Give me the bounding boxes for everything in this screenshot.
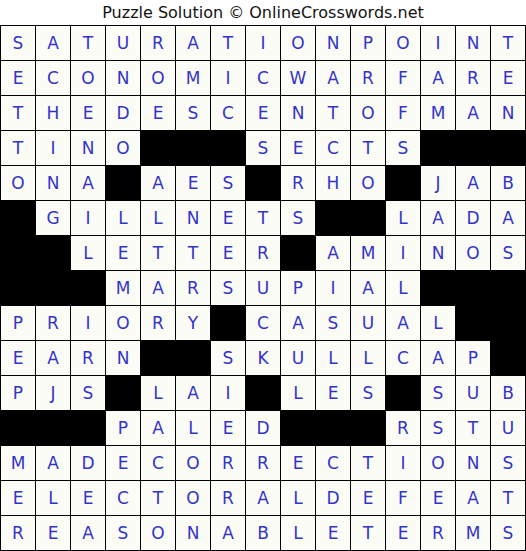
block-cell-r5c12 [386, 166, 420, 200]
letter-cell-r13c14: N [456, 446, 490, 480]
block-cell-r4c5 [141, 131, 175, 165]
letter-cell-r5c10: H [316, 166, 350, 200]
letter-cell-r11c6: A [176, 376, 210, 410]
letter-cell-r10c8: K [246, 341, 280, 375]
block-cell-r7c1 [1, 236, 35, 270]
block-cell-r11c8 [246, 376, 280, 410]
letter-cell-r1c2: A [36, 26, 70, 60]
block-cell-r10c6 [176, 341, 210, 375]
letter-cell-r4c1: T [1, 131, 35, 165]
letter-cell-r11c9: L [281, 376, 315, 410]
letter-cell-r3c3: E [71, 96, 105, 130]
letter-cell-r15c4: S [106, 516, 140, 550]
block-cell-r6c1 [1, 201, 35, 235]
letter-cell-r12c12: R [386, 411, 420, 445]
letter-cell-r10c2: A [36, 341, 70, 375]
letter-cell-r4c12: S [386, 131, 420, 165]
letter-cell-r3c8: E [246, 96, 280, 130]
letter-cell-r9c1: P [1, 306, 35, 340]
letter-cell-r9c5: R [141, 306, 175, 340]
letter-cell-r14c1: E [1, 481, 35, 515]
letter-cell-r9c4: O [106, 306, 140, 340]
letter-cell-r3c14: A [456, 96, 490, 130]
letter-cell-r14c11: E [351, 481, 385, 515]
letter-cell-r13c15: S [491, 446, 525, 480]
letter-cell-r14c14: A [456, 481, 490, 515]
letter-cell-r14c10: D [316, 481, 350, 515]
letter-cell-r15c5: O [141, 516, 175, 550]
letter-cell-r2c5: O [141, 61, 175, 95]
letter-cell-r12c5: A [141, 411, 175, 445]
letter-cell-r11c14: U [456, 376, 490, 410]
letter-cell-r1c6: A [176, 26, 210, 60]
letter-cell-r10c13: A [421, 341, 455, 375]
letter-cell-r6c4: L [106, 201, 140, 235]
letter-cell-r2c10: A [316, 61, 350, 95]
letter-cell-r8c7: S [211, 271, 245, 305]
letter-cell-r12c15: U [491, 411, 525, 445]
block-cell-r12c10 [316, 411, 350, 445]
letter-cell-r12c8: D [246, 411, 280, 445]
letter-cell-r1c13: I [421, 26, 455, 60]
letter-cell-r13c11: T [351, 446, 385, 480]
letter-cell-r6c3: I [71, 201, 105, 235]
block-cell-r4c6 [176, 131, 210, 165]
letter-cell-r3c12: F [386, 96, 420, 130]
block-cell-r11c12 [386, 376, 420, 410]
letter-cell-r15c3: A [71, 516, 105, 550]
letter-cell-r11c13: S [421, 376, 455, 410]
letter-cell-r7c14: O [456, 236, 490, 270]
letter-cell-r1c15: T [491, 26, 525, 60]
letter-cell-r9c8: C [246, 306, 280, 340]
letter-cell-r14c2: L [36, 481, 70, 515]
letter-cell-r13c9: E [281, 446, 315, 480]
letter-cell-r10c14: P [456, 341, 490, 375]
letter-cell-r14c12: F [386, 481, 420, 515]
letter-cell-r4c4: O [106, 131, 140, 165]
block-cell-r8c1 [1, 271, 35, 305]
letter-cell-r2c7: I [211, 61, 245, 95]
letter-cell-r8c6: R [176, 271, 210, 305]
letter-cell-r1c4: U [106, 26, 140, 60]
block-cell-r10c5 [141, 341, 175, 375]
letter-cell-r8c12: L [386, 271, 420, 305]
letter-cell-r13c10: C [316, 446, 350, 480]
letter-cell-r5c13: J [421, 166, 455, 200]
letter-cell-r14c15: T [491, 481, 525, 515]
letter-cell-r15c14: M [456, 516, 490, 550]
letter-cell-r6c7: E [211, 201, 245, 235]
letter-cell-r12c7: E [211, 411, 245, 445]
letter-cell-r4c2: I [36, 131, 70, 165]
letter-cell-r10c12: C [386, 341, 420, 375]
block-cell-r8c15 [491, 271, 525, 305]
letter-cell-r1c7: T [211, 26, 245, 60]
letter-cell-r8c5: A [141, 271, 175, 305]
block-cell-r4c7 [211, 131, 245, 165]
letter-cell-r15c6: N [176, 516, 210, 550]
letter-cell-r2c15: E [491, 61, 525, 95]
letter-cell-r1c1: S [1, 26, 35, 60]
letter-cell-r10c4: N [106, 341, 140, 375]
letter-cell-r14c5: T [141, 481, 175, 515]
letter-cell-r13c7: R [211, 446, 245, 480]
letter-cell-r4c9: E [281, 131, 315, 165]
letter-cell-r7c13: N [421, 236, 455, 270]
letter-cell-r9c10: S [316, 306, 350, 340]
letter-cell-r1c14: N [456, 26, 490, 60]
letter-cell-r1c5: R [141, 26, 175, 60]
letter-cell-r13c6: O [176, 446, 210, 480]
letter-cell-r15c8: B [246, 516, 280, 550]
letter-cell-r6c14: D [456, 201, 490, 235]
letter-cell-r3c11: O [351, 96, 385, 130]
block-cell-r9c14 [456, 306, 490, 340]
letter-cell-r3c5: E [141, 96, 175, 130]
letter-cell-r1c3: T [71, 26, 105, 60]
letter-cell-r3c10: T [316, 96, 350, 130]
letter-cell-r12c14: T [456, 411, 490, 445]
letter-cell-r11c7: I [211, 376, 245, 410]
letter-cell-r2c3: O [71, 61, 105, 95]
letter-cell-r5c14: A [456, 166, 490, 200]
letter-cell-r13c3: D [71, 446, 105, 480]
letter-cell-r7c11: M [351, 236, 385, 270]
letter-cell-r4c8: S [246, 131, 280, 165]
letter-cell-r10c10: L [316, 341, 350, 375]
letter-cell-r15c9: L [281, 516, 315, 550]
letter-cell-r11c5: L [141, 376, 175, 410]
letter-cell-r5c7: S [211, 166, 245, 200]
letter-cell-r14c4: C [106, 481, 140, 515]
letter-cell-r8c9: P [281, 271, 315, 305]
block-cell-r4c13 [421, 131, 455, 165]
letter-cell-r14c8: A [246, 481, 280, 515]
letter-cell-r15c12: E [386, 516, 420, 550]
letter-cell-r11c1: P [1, 376, 35, 410]
letter-cell-r7c6: T [176, 236, 210, 270]
letter-cell-r14c13: E [421, 481, 455, 515]
letter-cell-r10c1: E [1, 341, 35, 375]
letter-cell-r10c9: U [281, 341, 315, 375]
letter-cell-r12c13: S [421, 411, 455, 445]
letter-cell-r13c13: O [421, 446, 455, 480]
letter-cell-r4c10: C [316, 131, 350, 165]
letter-cell-r15c10: E [316, 516, 350, 550]
letter-cell-r5c6: E [176, 166, 210, 200]
letter-cell-r8c10: I [316, 271, 350, 305]
letter-cell-r13c8: R [246, 446, 280, 480]
block-cell-r7c2 [36, 236, 70, 270]
letter-cell-r3c6: S [176, 96, 210, 130]
letter-cell-r2c13: A [421, 61, 455, 95]
letter-cell-r6c15: A [491, 201, 525, 235]
letter-cell-r10c7: S [211, 341, 245, 375]
letter-cell-r5c3: A [71, 166, 105, 200]
letter-cell-r14c7: R [211, 481, 245, 515]
letter-cell-r9c9: A [281, 306, 315, 340]
letter-cell-r11c3: S [71, 376, 105, 410]
letter-cell-r9c12: A [386, 306, 420, 340]
letter-cell-r7c15: S [491, 236, 525, 270]
letter-cell-r7c4: E [106, 236, 140, 270]
letter-cell-r8c8: U [246, 271, 280, 305]
block-cell-r6c11 [351, 201, 385, 235]
letter-cell-r2c9: W [281, 61, 315, 95]
letter-cell-r7c3: L [71, 236, 105, 270]
letter-cell-r2c12: F [386, 61, 420, 95]
letter-cell-r6c6: N [176, 201, 210, 235]
page-title: Puzzle Solution © OnlineCrosswords.net [0, 0, 526, 25]
letter-cell-r2c11: R [351, 61, 385, 95]
letter-cell-r9c11: U [351, 306, 385, 340]
letter-cell-r6c12: L [386, 201, 420, 235]
letter-cell-r3c4: D [106, 96, 140, 130]
letter-cell-r1c9: O [281, 26, 315, 60]
letter-cell-r4c3: N [71, 131, 105, 165]
letter-cell-r12c4: P [106, 411, 140, 445]
block-cell-r9c15 [491, 306, 525, 340]
letter-cell-r3c13: M [421, 96, 455, 130]
letter-cell-r6c8: T [246, 201, 280, 235]
crossword-grid: SATURATIONPOINTECONOMICWARFARETHEDESCENT… [0, 25, 526, 551]
block-cell-r12c3 [71, 411, 105, 445]
letter-cell-r13c5: C [141, 446, 175, 480]
letter-cell-r14c9: L [281, 481, 315, 515]
letter-cell-r5c9: R [281, 166, 315, 200]
block-cell-r5c8 [246, 166, 280, 200]
letter-cell-r10c3: R [71, 341, 105, 375]
letter-cell-r2c4: N [106, 61, 140, 95]
letter-cell-r13c1: M [1, 446, 35, 480]
block-cell-r8c3 [71, 271, 105, 305]
letter-cell-r2c8: C [246, 61, 280, 95]
letter-cell-r8c11: A [351, 271, 385, 305]
letter-cell-r7c12: I [386, 236, 420, 270]
letter-cell-r5c15: B [491, 166, 525, 200]
letter-cell-r4c11: T [351, 131, 385, 165]
letter-cell-r9c6: Y [176, 306, 210, 340]
block-cell-r8c14 [456, 271, 490, 305]
letter-cell-r1c11: P [351, 26, 385, 60]
letter-cell-r15c13: R [421, 516, 455, 550]
block-cell-r8c13 [421, 271, 455, 305]
letter-cell-r9c13: L [421, 306, 455, 340]
letter-cell-r6c2: G [36, 201, 70, 235]
letter-cell-r7c7: E [211, 236, 245, 270]
block-cell-r12c2 [36, 411, 70, 445]
letter-cell-r2c2: C [36, 61, 70, 95]
block-cell-r11c4 [106, 376, 140, 410]
letter-cell-r1c10: N [316, 26, 350, 60]
letter-cell-r14c6: O [176, 481, 210, 515]
letter-cell-r2c6: M [176, 61, 210, 95]
letter-cell-r1c8: I [246, 26, 280, 60]
block-cell-r12c1 [1, 411, 35, 445]
letter-cell-r3c2: H [36, 96, 70, 130]
block-cell-r6c10 [316, 201, 350, 235]
block-cell-r9c7 [211, 306, 245, 340]
block-cell-r12c11 [351, 411, 385, 445]
letter-cell-r11c10: E [316, 376, 350, 410]
letter-cell-r9c2: R [36, 306, 70, 340]
letter-cell-r6c5: L [141, 201, 175, 235]
letter-cell-r5c2: N [36, 166, 70, 200]
puzzle-solution-page: Puzzle Solution © OnlineCrosswords.net S… [0, 0, 526, 551]
letter-cell-r3c9: N [281, 96, 315, 130]
block-cell-r4c14 [456, 131, 490, 165]
letter-cell-r15c11: T [351, 516, 385, 550]
letter-cell-r7c5: T [141, 236, 175, 270]
letter-cell-r6c13: A [421, 201, 455, 235]
letter-cell-r15c15: S [491, 516, 525, 550]
letter-cell-r15c7: A [211, 516, 245, 550]
letter-cell-r3c7: C [211, 96, 245, 130]
letter-cell-r7c10: A [316, 236, 350, 270]
block-cell-r4c15 [491, 131, 525, 165]
letter-cell-r13c2: A [36, 446, 70, 480]
letter-cell-r11c11: S [351, 376, 385, 410]
letter-cell-r3c15: N [491, 96, 525, 130]
letter-cell-r13c4: E [106, 446, 140, 480]
letter-cell-r11c2: J [36, 376, 70, 410]
letter-cell-r5c5: A [141, 166, 175, 200]
block-cell-r8c2 [36, 271, 70, 305]
letter-cell-r11c15: B [491, 376, 525, 410]
letter-cell-r3c1: T [1, 96, 35, 130]
block-cell-r12c9 [281, 411, 315, 445]
letter-cell-r15c2: E [36, 516, 70, 550]
letter-cell-r7c8: R [246, 236, 280, 270]
letter-cell-r6c9: S [281, 201, 315, 235]
block-cell-r10c15 [491, 341, 525, 375]
letter-cell-r12c6: L [176, 411, 210, 445]
letter-cell-r2c1: E [1, 61, 35, 95]
letter-cell-r9c3: I [71, 306, 105, 340]
letter-cell-r5c11: O [351, 166, 385, 200]
letter-cell-r13c12: I [386, 446, 420, 480]
letter-cell-r2c14: R [456, 61, 490, 95]
block-cell-r5c4 [106, 166, 140, 200]
letter-cell-r15c1: R [1, 516, 35, 550]
letter-cell-r1c12: O [386, 26, 420, 60]
letter-cell-r8c4: M [106, 271, 140, 305]
block-cell-r7c9 [281, 236, 315, 270]
letter-cell-r14c3: E [71, 481, 105, 515]
letter-cell-r10c11: L [351, 341, 385, 375]
letter-cell-r5c1: O [1, 166, 35, 200]
